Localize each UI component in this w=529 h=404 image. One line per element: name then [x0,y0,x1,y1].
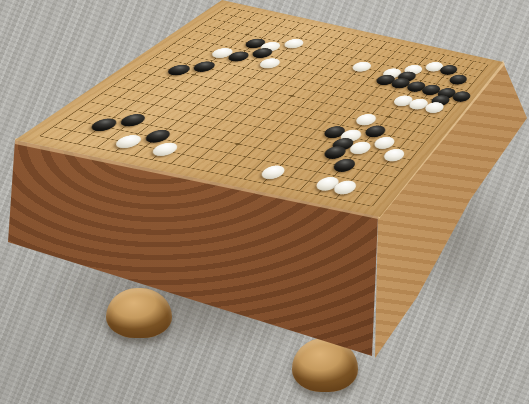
white-stone [148,141,182,158]
white-stone [256,57,284,70]
black-stone [446,73,469,86]
white-stone [111,133,146,149]
go-board-photo-scene [0,0,529,404]
black-stone [190,60,220,73]
board-leg-left [106,288,172,338]
white-stone [349,60,374,73]
black-stone [116,112,150,128]
black-stone [163,63,193,77]
white-stone [280,38,306,50]
white-stone [258,164,290,181]
black-stone [330,157,359,173]
white-stone [380,147,407,163]
black-stone [86,117,121,133]
